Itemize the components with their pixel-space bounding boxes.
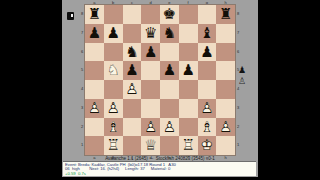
piece-black-knight: ♞ bbox=[123, 43, 142, 62]
square-d4 bbox=[141, 80, 160, 99]
coord-label-8: 8 bbox=[236, 5, 240, 24]
piece-white-pawn: ♟♙ bbox=[160, 118, 179, 137]
piece-black-pawn: ♟ bbox=[141, 43, 160, 62]
piece-white-pawn: ♟♙ bbox=[85, 99, 104, 118]
piece-white-bishop: ♝♗ bbox=[198, 118, 217, 137]
board: ♜♚♜♟♟♛♞♝♞♟♟♞♘♟♟♟♟♙♟♙♟♙♟♙♝♗♟♙♟♙♝♗♟♙♜♖♛♕♜♖… bbox=[85, 5, 235, 155]
coord-label-1: 1 bbox=[236, 136, 240, 155]
square-f5: ♟ bbox=[179, 61, 198, 80]
square-d6: ♟ bbox=[141, 43, 160, 62]
game-info-box: Event: Breda; Kadilar, Castle PH (b0)o17… bbox=[63, 161, 256, 176]
square-c7 bbox=[123, 24, 142, 43]
square-g7: ♝ bbox=[198, 24, 217, 43]
captured-black-pawn-icon: ♟ bbox=[238, 65, 246, 76]
piece-white-queen: ♛♕ bbox=[141, 136, 160, 155]
square-a2 bbox=[85, 118, 104, 137]
square-c3 bbox=[123, 99, 142, 118]
piece-white-king: ♚♔ bbox=[198, 136, 217, 155]
square-h3 bbox=[216, 99, 235, 118]
square-f7 bbox=[179, 24, 198, 43]
piece-white-rook: ♜♖ bbox=[179, 136, 198, 155]
piece-black-pawn: ♟ bbox=[179, 61, 198, 80]
rank-labels-left: 87654321 bbox=[80, 5, 84, 155]
square-f1: ♜♖ bbox=[179, 136, 198, 155]
square-g8 bbox=[198, 5, 217, 24]
square-c1 bbox=[123, 136, 142, 155]
eval-line: +0.59 0.7s bbox=[65, 172, 256, 177]
square-b8 bbox=[104, 5, 123, 24]
gui-panel: abcdefgh abcdefgh 87654321 87654321 ♜♚♜♟… bbox=[62, 0, 258, 177]
coord-label-6: 6 bbox=[236, 43, 240, 62]
piece-white-bishop: ♝♗ bbox=[104, 118, 123, 137]
piece-black-pawn: ♟ bbox=[85, 24, 104, 43]
piece-white-knight: ♞♘ bbox=[104, 61, 123, 80]
coord-label-8: 8 bbox=[80, 5, 84, 24]
square-f4 bbox=[179, 80, 198, 99]
coord-label-4: 4 bbox=[80, 80, 84, 99]
piece-black-pawn: ♟ bbox=[160, 61, 179, 80]
coord-label-7: 7 bbox=[236, 24, 240, 43]
piece-black-knight: ♞ bbox=[160, 24, 179, 43]
square-g3: ♟♙ bbox=[198, 99, 217, 118]
square-g2: ♝♗ bbox=[198, 118, 217, 137]
square-e1 bbox=[160, 136, 179, 155]
square-g4 bbox=[198, 80, 217, 99]
piece-black-pawn: ♟ bbox=[198, 43, 217, 62]
square-c4: ♟♙ bbox=[123, 80, 142, 99]
square-d7: ♛ bbox=[141, 24, 160, 43]
piece-black-king: ♚ bbox=[160, 5, 179, 24]
square-a7: ♟ bbox=[85, 24, 104, 43]
piece-black-queen: ♛ bbox=[141, 24, 160, 43]
square-f3 bbox=[179, 99, 198, 118]
square-a6 bbox=[85, 43, 104, 62]
square-d3 bbox=[141, 99, 160, 118]
captured-white-pawn-icon: ♙ bbox=[238, 76, 246, 87]
coord-label-3: 3 bbox=[80, 99, 84, 118]
square-d8 bbox=[141, 5, 160, 24]
square-h6 bbox=[216, 43, 235, 62]
square-b1: ♜♖ bbox=[104, 136, 123, 155]
piece-white-pawn: ♟♙ bbox=[216, 118, 235, 137]
square-h4 bbox=[216, 80, 235, 99]
square-d2: ♟♙ bbox=[141, 118, 160, 137]
square-g1: ♚♔ bbox=[198, 136, 217, 155]
square-h5 bbox=[216, 61, 235, 80]
square-c8 bbox=[123, 5, 142, 24]
coord-label-2: 2 bbox=[236, 118, 240, 137]
square-g6: ♟ bbox=[198, 43, 217, 62]
square-g5 bbox=[198, 61, 217, 80]
square-e4 bbox=[160, 80, 179, 99]
square-e2: ♟♙ bbox=[160, 118, 179, 137]
piece-white-pawn: ♟♙ bbox=[123, 80, 142, 99]
square-e6 bbox=[160, 43, 179, 62]
coord-label-5: 5 bbox=[80, 61, 84, 80]
piece-black-bishop: ♝ bbox=[198, 24, 217, 43]
coord-label-2: 2 bbox=[80, 118, 84, 137]
square-d5 bbox=[141, 61, 160, 80]
square-a1 bbox=[85, 136, 104, 155]
piece-white-pawn: ♟♙ bbox=[198, 99, 217, 118]
square-e7: ♞ bbox=[160, 24, 179, 43]
square-f8 bbox=[179, 5, 198, 24]
square-e8: ♚ bbox=[160, 5, 179, 24]
coord-label-6: 6 bbox=[80, 43, 84, 62]
square-b4 bbox=[104, 80, 123, 99]
piece-black-pawn: ♟ bbox=[123, 61, 142, 80]
square-e3 bbox=[160, 99, 179, 118]
square-b7: ♟ bbox=[104, 24, 123, 43]
video-frame: abcdefgh abcdefgh 87654321 87654321 ♜♚♜♟… bbox=[0, 0, 320, 180]
square-h7 bbox=[216, 24, 235, 43]
piece-white-rook: ♜♖ bbox=[104, 136, 123, 155]
piece-black-pawn: ♟ bbox=[104, 24, 123, 43]
square-h1 bbox=[216, 136, 235, 155]
square-b5: ♞♘ bbox=[104, 61, 123, 80]
square-f2 bbox=[179, 118, 198, 137]
square-f6 bbox=[179, 43, 198, 62]
square-d1: ♛♕ bbox=[141, 136, 160, 155]
square-a4 bbox=[85, 80, 104, 99]
square-e5: ♟ bbox=[160, 61, 179, 80]
square-a8: ♜ bbox=[85, 5, 104, 24]
piece-black-rook: ♜ bbox=[216, 5, 235, 24]
square-a5 bbox=[85, 61, 104, 80]
square-b6 bbox=[104, 43, 123, 62]
coord-label-7: 7 bbox=[80, 24, 84, 43]
coord-label-3: 3 bbox=[236, 99, 240, 118]
square-h2: ♟♙ bbox=[216, 118, 235, 137]
square-h8: ♜ bbox=[216, 5, 235, 24]
piece-white-pawn: ♟♙ bbox=[141, 118, 160, 137]
coord-label-1: 1 bbox=[80, 136, 84, 155]
square-a3: ♟♙ bbox=[85, 99, 104, 118]
square-c6: ♞ bbox=[123, 43, 142, 62]
piece-black-rook: ♜ bbox=[85, 5, 104, 24]
piece-white-pawn: ♟♙ bbox=[104, 99, 123, 118]
side-to-move-indicator bbox=[67, 12, 74, 20]
square-b2: ♝♗ bbox=[104, 118, 123, 137]
material-tray: ♟ ♙ bbox=[237, 65, 247, 87]
square-c5: ♟ bbox=[123, 61, 142, 80]
square-b3: ♟♙ bbox=[104, 99, 123, 118]
square-c2 bbox=[123, 118, 142, 137]
